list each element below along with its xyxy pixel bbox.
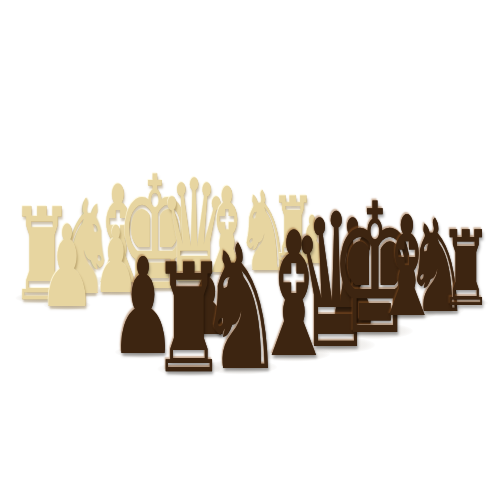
chess-set-photo: ♜♞♝♚♛♝♞♜♟♟♟♟♟♛♚♝♞♜♟♜♞♝ [0,0,500,500]
light-pawn: ♟ [39,211,95,324]
dark-rook: ♜ [440,217,491,321]
dark-bishop: ♝ [252,210,337,382]
